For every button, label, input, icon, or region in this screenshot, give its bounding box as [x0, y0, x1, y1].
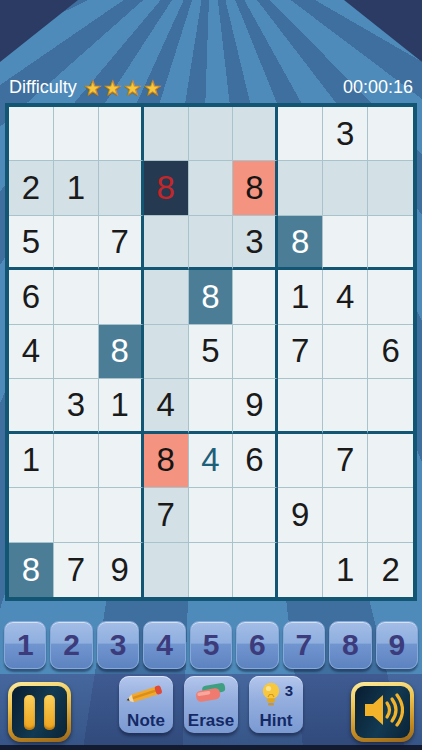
numpad-button-9[interactable]: 9 — [376, 621, 418, 669]
cell-r4c4[interactable] — [144, 270, 189, 324]
cell-r3c6[interactable]: 3 — [233, 216, 278, 270]
cell-r8c8[interactable] — [323, 488, 368, 542]
cell-r7c3[interactable] — [99, 434, 144, 488]
cell-r6c7[interactable] — [278, 379, 323, 433]
cell-r6c5[interactable] — [189, 379, 234, 433]
cell-r9c5[interactable] — [189, 543, 234, 597]
cell-r8c9[interactable] — [368, 488, 413, 542]
cell-r7c6[interactable]: 6 — [233, 434, 278, 488]
cell-r4c1[interactable]: 6 — [9, 270, 54, 324]
sudoku-app: Difficulty ★★★★ 00:00:16 321885738681448… — [0, 0, 422, 750]
cell-r2c7[interactable] — [278, 161, 323, 215]
erase-label: Erase — [188, 712, 234, 729]
cell-r1c1[interactable] — [9, 107, 54, 161]
difficulty-label: Difficulty — [9, 77, 77, 98]
cell-r6c8[interactable] — [323, 379, 368, 433]
bulb-icon — [259, 681, 283, 712]
cell-r2c9[interactable] — [368, 161, 413, 215]
pencil-icon — [125, 681, 167, 709]
cell-r7c8[interactable]: 7 — [323, 434, 368, 488]
cell-r5c4[interactable] — [144, 325, 189, 379]
cell-r1c5[interactable] — [189, 107, 234, 161]
cell-r2c6[interactable]: 8 — [233, 161, 278, 215]
cell-r1c7[interactable] — [278, 107, 323, 161]
pause-button[interactable] — [8, 682, 71, 742]
cell-r7c1[interactable]: 1 — [9, 434, 54, 488]
cell-r4c8[interactable]: 4 — [323, 270, 368, 324]
cell-r8c1[interactable] — [9, 488, 54, 542]
cell-r6c3[interactable]: 1 — [99, 379, 144, 433]
cell-r8c3[interactable] — [99, 488, 144, 542]
cell-r4c3[interactable] — [99, 270, 144, 324]
numpad-button-4[interactable]: 4 — [143, 621, 185, 669]
cell-r3c7[interactable]: 8 — [278, 216, 323, 270]
cell-r5c3[interactable]: 8 — [99, 325, 144, 379]
cell-r4c5[interactable]: 8 — [189, 270, 234, 324]
cell-r1c3[interactable] — [99, 107, 144, 161]
cell-r9c8[interactable]: 1 — [323, 543, 368, 597]
cell-r6c9[interactable] — [368, 379, 413, 433]
cell-r1c8[interactable]: 3 — [323, 107, 368, 161]
cell-r6c2[interactable]: 3 — [54, 379, 99, 433]
cell-r8c7[interactable]: 9 — [278, 488, 323, 542]
cell-r7c4[interactable]: 8 — [144, 434, 189, 488]
eraser-icon — [191, 681, 231, 709]
cell-r5c6[interactable] — [233, 325, 278, 379]
cell-r9c9[interactable]: 2 — [368, 543, 413, 597]
numpad-button-5[interactable]: 5 — [190, 621, 232, 669]
cell-r4c9[interactable] — [368, 270, 413, 324]
cell-r5c2[interactable] — [54, 325, 99, 379]
cell-r4c7[interactable]: 1 — [278, 270, 323, 324]
cell-r8c4[interactable]: 7 — [144, 488, 189, 542]
difficulty-stars: ★★★★ — [84, 76, 164, 100]
hint-count-badge: 3 — [285, 682, 293, 699]
cell-r2c8[interactable] — [323, 161, 368, 215]
hint-button[interactable]: 3 Hint — [249, 676, 303, 733]
cell-r3c2[interactable] — [54, 216, 99, 270]
cell-r2c4[interactable]: 8 — [144, 161, 189, 215]
number-pad: 123456789 — [4, 621, 418, 669]
cell-r3c9[interactable] — [368, 216, 413, 270]
cell-r9c3[interactable]: 9 — [99, 543, 144, 597]
cell-r8c2[interactable] — [54, 488, 99, 542]
cell-r2c2[interactable]: 1 — [54, 161, 99, 215]
cell-r3c5[interactable] — [189, 216, 234, 270]
numpad-button-3[interactable]: 3 — [97, 621, 139, 669]
tool-buttons: Note Erase — [119, 676, 303, 733]
cell-r9c4[interactable] — [144, 543, 189, 597]
cell-r6c4[interactable]: 4 — [144, 379, 189, 433]
cell-r3c8[interactable] — [323, 216, 368, 270]
cell-r1c6[interactable] — [233, 107, 278, 161]
cell-r2c5[interactable] — [189, 161, 234, 215]
cell-r5c9[interactable]: 6 — [368, 325, 413, 379]
speaker-icon — [362, 692, 404, 732]
cell-r5c1[interactable]: 4 — [9, 325, 54, 379]
cell-r7c9[interactable] — [368, 434, 413, 488]
cell-r3c1[interactable]: 5 — [9, 216, 54, 270]
numpad-button-2[interactable]: 2 — [50, 621, 92, 669]
numpad-button-1[interactable]: 1 — [4, 621, 46, 669]
cell-r1c2[interactable] — [54, 107, 99, 161]
status-bar: Difficulty ★★★★ 00:00:16 — [0, 72, 422, 103]
cell-r9c1[interactable]: 8 — [9, 543, 54, 597]
cell-r9c6[interactable] — [233, 543, 278, 597]
hint-label: Hint — [259, 712, 292, 729]
cell-r1c4[interactable] — [144, 107, 189, 161]
cell-r6c6[interactable]: 9 — [233, 379, 278, 433]
cell-r5c5[interactable]: 5 — [189, 325, 234, 379]
cell-r9c2[interactable]: 7 — [54, 543, 99, 597]
cell-r2c3[interactable] — [99, 161, 144, 215]
cell-r9c7[interactable] — [278, 543, 323, 597]
numpad-button-6[interactable]: 6 — [236, 621, 278, 669]
cell-r8c5[interactable] — [189, 488, 234, 542]
cell-r4c2[interactable] — [54, 270, 99, 324]
bottom-edge — [0, 745, 422, 750]
erase-button[interactable]: Erase — [184, 676, 238, 733]
numpad-button-8[interactable]: 8 — [329, 621, 371, 669]
cell-r8c6[interactable] — [233, 488, 278, 542]
sudoku-grid: 3218857386814485763149184677987912 — [5, 103, 417, 601]
cell-r7c2[interactable] — [54, 434, 99, 488]
cell-r2c1[interactable]: 2 — [9, 161, 54, 215]
sound-button[interactable] — [351, 682, 414, 742]
cell-r6c1[interactable] — [9, 379, 54, 433]
cell-r5c7[interactable]: 7 — [278, 325, 323, 379]
cell-r3c4[interactable] — [144, 216, 189, 270]
game-timer: 00:00:16 — [343, 77, 413, 98]
cell-r1c9[interactable] — [368, 107, 413, 161]
cell-r7c7[interactable] — [278, 434, 323, 488]
pause-icon — [12, 686, 67, 738]
cell-r3c3[interactable]: 7 — [99, 216, 144, 270]
cell-r7c5[interactable]: 4 — [189, 434, 234, 488]
numpad-button-7[interactable]: 7 — [283, 621, 325, 669]
note-button[interactable]: Note — [119, 676, 173, 733]
note-label: Note — [127, 712, 165, 729]
cell-r5c8[interactable] — [323, 325, 368, 379]
cell-r4c6[interactable] — [233, 270, 278, 324]
